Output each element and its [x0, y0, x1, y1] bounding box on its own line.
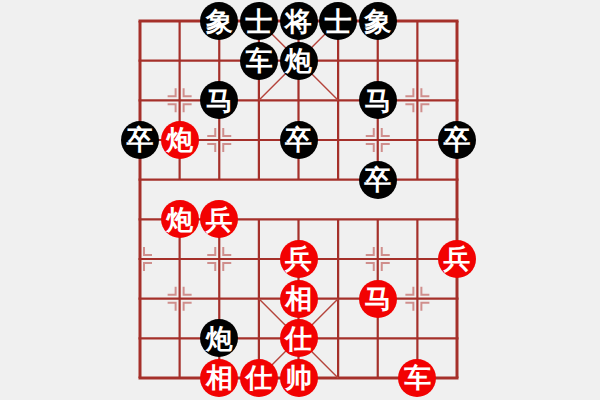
piece-black-soldier[interactable]: 卒 [280, 121, 318, 159]
piece-black-horse[interactable]: 马 [200, 81, 238, 119]
piece-black-general[interactable]: 将 [280, 2, 318, 40]
piece-black-elephant[interactable]: 象 [200, 2, 238, 40]
piece-grid: 象士将士象车炮马马卒炮卒卒卒炮兵兵兵相马炮仕相仕帅车 [120, 1, 477, 398]
piece-black-advisor[interactable]: 士 [240, 2, 278, 40]
piece-red-advisor[interactable]: 仕 [240, 359, 278, 397]
xiangqi-board: 象士将士象车炮马马卒炮卒卒卒炮兵兵兵相马炮仕相仕帅车 [0, 0, 600, 400]
piece-red-soldier[interactable]: 兵 [280, 240, 318, 278]
piece-red-advisor[interactable]: 仕 [280, 319, 318, 357]
piece-black-soldier[interactable]: 卒 [121, 121, 159, 159]
piece-black-cannon[interactable]: 炮 [200, 319, 238, 357]
piece-black-elephant[interactable]: 象 [359, 2, 397, 40]
piece-black-cannon[interactable]: 炮 [280, 42, 318, 80]
piece-red-soldier[interactable]: 兵 [200, 200, 238, 238]
piece-black-advisor[interactable]: 士 [319, 2, 357, 40]
piece-black-soldier[interactable]: 卒 [359, 161, 397, 199]
piece-black-chariot[interactable]: 车 [240, 42, 278, 80]
piece-red-general[interactable]: 帅 [280, 359, 318, 397]
piece-red-cannon[interactable]: 炮 [161, 200, 199, 238]
piece-black-horse[interactable]: 马 [359, 81, 397, 119]
piece-red-horse[interactable]: 马 [359, 280, 397, 318]
piece-red-soldier[interactable]: 兵 [438, 240, 476, 278]
piece-red-elephant[interactable]: 相 [280, 280, 318, 318]
piece-red-cannon[interactable]: 炮 [161, 121, 199, 159]
piece-black-soldier[interactable]: 卒 [438, 121, 476, 159]
piece-red-chariot[interactable]: 车 [398, 359, 436, 397]
piece-red-elephant[interactable]: 相 [200, 359, 238, 397]
